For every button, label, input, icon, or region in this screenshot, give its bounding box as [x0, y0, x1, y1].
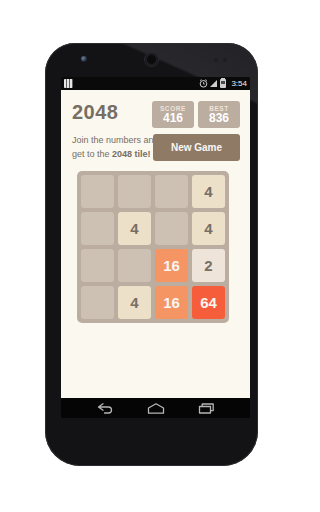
- best-value: 836: [198, 112, 240, 125]
- game-2048-app: 2048 SCORE 416 BEST 836 Join the numbers…: [61, 90, 250, 398]
- phone-frame: 3:54 2048 SCORE 416 BEST 836 Join the nu…: [45, 43, 258, 466]
- empty-cell: [81, 212, 114, 245]
- tile-4: 4: [118, 286, 151, 319]
- subtitle: Join the numbers andget to the 2048 tile…: [72, 134, 159, 161]
- subtitle-goal: 2048 tile!: [112, 149, 151, 159]
- game-board[interactable]: 44416241664: [77, 171, 229, 323]
- tile-4: 4: [192, 175, 225, 208]
- empty-cell: [81, 175, 114, 208]
- earpiece-speaker-icon: [145, 53, 158, 66]
- status-bar[interactable]: 3:54: [61, 77, 250, 90]
- tile-16: 16: [155, 286, 188, 319]
- best-box: BEST 836: [198, 101, 240, 128]
- empty-cell: [155, 175, 188, 208]
- back-button[interactable]: [96, 403, 114, 414]
- tile-16: 16: [155, 249, 188, 282]
- empty-cell: [118, 249, 151, 282]
- score-value: 416: [152, 112, 194, 125]
- phone-screen: 3:54 2048 SCORE 416 BEST 836 Join the nu…: [61, 77, 250, 418]
- app-title: 2048: [72, 100, 119, 124]
- home-button[interactable]: [147, 403, 165, 414]
- score-box: SCORE 416: [152, 101, 194, 128]
- tile-2: 2: [192, 249, 225, 282]
- score-panel: SCORE 416 BEST 836: [152, 101, 240, 128]
- empty-cell: [81, 249, 114, 282]
- empty-cell: [155, 212, 188, 245]
- front-camera-icon: [81, 56, 87, 62]
- signal-strength-icon: [210, 80, 217, 87]
- new-game-button[interactable]: New Game: [153, 134, 240, 161]
- ambient-sensor-icon: [223, 58, 227, 62]
- navigation-bar: [61, 398, 250, 418]
- recents-button[interactable]: [198, 403, 215, 414]
- tile-64: 64: [192, 286, 225, 319]
- alarm-clock-icon: [199, 79, 208, 88]
- tile-4: 4: [192, 212, 225, 245]
- battery-icon: [220, 79, 226, 88]
- empty-cell: [81, 286, 114, 319]
- status-time: 3:54: [231, 77, 247, 90]
- empty-cell: [118, 175, 151, 208]
- proximity-sensor-icon: [214, 58, 218, 62]
- notification-stripes-icon: [64, 79, 73, 88]
- tile-4: 4: [118, 212, 151, 245]
